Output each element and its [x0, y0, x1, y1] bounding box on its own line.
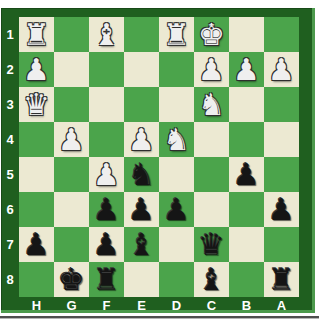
black-pawn-icon: ♟: [163, 192, 190, 227]
frame-right-spacer: [299, 87, 315, 122]
square-f6: ♟: [89, 192, 124, 227]
square-e2: [124, 52, 159, 87]
square-a7: [264, 227, 299, 262]
square-f3: [89, 87, 124, 122]
square-h8: [19, 262, 54, 297]
square-e8: [124, 262, 159, 297]
square-f4: [89, 122, 124, 157]
square-f1: ♝: [89, 17, 124, 52]
black-rook-icon: ♜: [268, 262, 295, 297]
square-a5: [264, 157, 299, 192]
square-a2: ♟: [264, 52, 299, 87]
white-knight-icon: ♞: [163, 122, 190, 157]
white-rook-icon: ♜: [23, 17, 50, 52]
square-g2: [54, 52, 89, 87]
black-pawn-icon: ♟: [93, 227, 120, 262]
square-a1: [264, 17, 299, 52]
frame-bottom-right-corner: [299, 297, 315, 313]
frame-top-spacer: [264, 8, 299, 17]
square-e1: [124, 17, 159, 52]
square-f7: ♟: [89, 227, 124, 262]
rank-label-6: 6: [1, 192, 19, 227]
square-f2: [89, 52, 124, 87]
square-e6: ♟: [124, 192, 159, 227]
square-c8: ♝: [194, 262, 229, 297]
rank-label-5: 5: [1, 157, 19, 192]
white-rook-icon: ♜: [163, 17, 190, 52]
square-g4: ♟: [54, 122, 89, 157]
square-g1: [54, 17, 89, 52]
frame-right-spacer: [299, 262, 315, 297]
square-g5: [54, 157, 89, 192]
square-d2: [159, 52, 194, 87]
square-d8: [159, 262, 194, 297]
square-a6: ♟: [264, 192, 299, 227]
rank-label-8: 8: [1, 262, 19, 297]
frame-right-spacer: [299, 192, 315, 227]
file-label-b: B: [229, 297, 264, 313]
square-e3: [124, 87, 159, 122]
square-a3: [264, 87, 299, 122]
square-g6: [54, 192, 89, 227]
black-rook-icon: ♜: [93, 262, 120, 297]
white-queen-icon: ♛: [23, 87, 50, 122]
square-d1: ♜: [159, 17, 194, 52]
square-h4: [19, 122, 54, 157]
square-c6: [194, 192, 229, 227]
file-label-a: A: [264, 297, 299, 313]
white-pawn-icon: ♟: [128, 122, 155, 157]
square-b8: [229, 262, 264, 297]
black-pawn-icon: ♟: [268, 192, 295, 227]
frame-right-spacer: [299, 52, 315, 87]
black-bishop-icon: ♝: [128, 227, 155, 262]
black-pawn-icon: ♟: [23, 227, 50, 262]
rank-label-7: 7: [1, 227, 19, 262]
square-h1: ♜: [19, 17, 54, 52]
frame-top-spacer: [1, 8, 19, 17]
square-a4: [264, 122, 299, 157]
square-g3: [54, 87, 89, 122]
white-king-icon: ♚: [198, 17, 225, 52]
square-f5: ♟: [89, 157, 124, 192]
white-knight-icon: ♞: [198, 87, 225, 122]
square-d5: [159, 157, 194, 192]
white-pawn-icon: ♟: [58, 122, 85, 157]
square-c3: ♞: [194, 87, 229, 122]
square-d4: ♞: [159, 122, 194, 157]
square-d7: [159, 227, 194, 262]
frame-top-spacer: [124, 8, 159, 17]
frame-bottom-left-corner: [1, 297, 19, 313]
black-pawn-icon: ♟: [93, 192, 120, 227]
rank-label-2: 2: [1, 52, 19, 87]
square-b7: [229, 227, 264, 262]
black-pawn-icon: ♟: [128, 192, 155, 227]
frame-right-spacer: [299, 122, 315, 157]
frame-top-spacer: [159, 8, 194, 17]
square-g7: [54, 227, 89, 262]
white-bishop-icon: ♝: [93, 17, 120, 52]
frame-top-spacer: [194, 8, 229, 17]
black-pawn-icon: ♟: [233, 157, 260, 192]
square-d6: ♟: [159, 192, 194, 227]
black-knight-icon: ♞: [128, 157, 155, 192]
file-label-d: D: [159, 297, 194, 313]
square-h3: ♛: [19, 87, 54, 122]
frame-top-spacer: [19, 8, 54, 17]
square-g8: ♚: [54, 262, 89, 297]
white-pawn-icon: ♟: [198, 52, 225, 87]
square-f8: ♜: [89, 262, 124, 297]
square-e5: ♞: [124, 157, 159, 192]
frame-top-spacer: [229, 8, 264, 17]
frame-top-spacer: [89, 8, 124, 17]
black-queen-icon: ♛: [198, 227, 225, 262]
square-c7: ♛: [194, 227, 229, 262]
square-b4: [229, 122, 264, 157]
file-label-g: G: [54, 297, 89, 313]
square-h7: ♟: [19, 227, 54, 262]
chess-board: 1♜♝♜♚2♟♟♟♟3♛♞4♟♟♞5♟♞♟6♟♟♟♟7♟♟♝♛8♚♜♝♜HGFE…: [1, 8, 315, 313]
square-c5: [194, 157, 229, 192]
file-label-h: H: [19, 297, 54, 313]
frame-top-spacer: [54, 8, 89, 17]
rank-label-4: 4: [1, 122, 19, 157]
square-h5: [19, 157, 54, 192]
rank-label-3: 3: [1, 87, 19, 122]
square-h2: ♟: [19, 52, 54, 87]
white-pawn-icon: ♟: [233, 52, 260, 87]
square-h6: [19, 192, 54, 227]
white-pawn-icon: ♟: [93, 157, 120, 192]
square-c1: ♚: [194, 17, 229, 52]
file-label-e: E: [124, 297, 159, 313]
square-b1: [229, 17, 264, 52]
square-e7: ♝: [124, 227, 159, 262]
file-label-f: F: [89, 297, 124, 313]
black-king-icon: ♚: [58, 262, 85, 297]
square-c4: [194, 122, 229, 157]
frame-right-spacer: [299, 17, 315, 52]
rank-label-1: 1: [1, 17, 19, 52]
white-pawn-icon: ♟: [268, 52, 295, 87]
black-bishop-icon: ♝: [198, 262, 225, 297]
frame-right-spacer: [299, 227, 315, 262]
square-c2: ♟: [194, 52, 229, 87]
square-b6: [229, 192, 264, 227]
square-e4: ♟: [124, 122, 159, 157]
square-b2: ♟: [229, 52, 264, 87]
square-a8: ♜: [264, 262, 299, 297]
square-d3: [159, 87, 194, 122]
square-b5: ♟: [229, 157, 264, 192]
square-b3: [229, 87, 264, 122]
white-pawn-icon: ♟: [23, 52, 50, 87]
frame-right-spacer: [299, 157, 315, 192]
image-bottom-border: [0, 316, 319, 319]
file-label-c: C: [194, 297, 229, 313]
frame-top-spacer: [299, 8, 315, 17]
